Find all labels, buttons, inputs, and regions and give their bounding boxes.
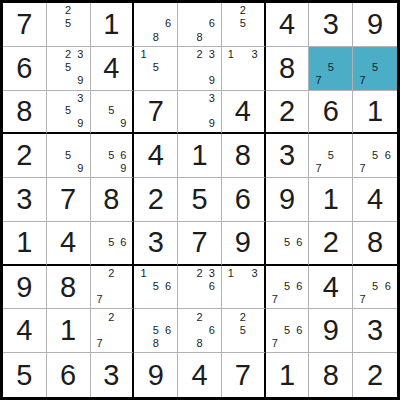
pencil-mark-3 — [74, 135, 86, 148]
pencil-mark-8 — [237, 337, 249, 350]
pencil-mark-9 — [117, 293, 129, 306]
cell-value: 8 — [16, 97, 32, 126]
cell-r4c3[interactable]: 569 — [91, 134, 135, 178]
pencil-mark-1 — [181, 310, 193, 323]
cell-r4c6[interactable]: 8 — [222, 134, 266, 178]
pencil-mark-2 — [369, 267, 382, 280]
pencil-mark-8 — [62, 74, 74, 87]
pencil-mark-5: 5 — [105, 149, 117, 162]
pencil-mark-1 — [181, 48, 193, 61]
cell-r9c7[interactable]: 1 — [266, 353, 310, 397]
pencil-mark-3 — [117, 310, 129, 323]
pencil-marks: 68 — [134, 3, 177, 46]
pencil-mark-1 — [94, 223, 106, 236]
pencil-mark-4 — [181, 104, 193, 117]
pencil-mark-7: 7 — [356, 293, 369, 306]
pencil-mark-1: 1 — [225, 267, 237, 280]
cell-value: 2 — [323, 228, 339, 257]
pencil-mark-6: 6 — [293, 236, 305, 249]
pencil-mark-8: 8 — [193, 337, 205, 350]
pencil-mark-6: 6 — [381, 280, 394, 293]
cell-value: 6 — [16, 54, 32, 83]
cell-value: 4 — [103, 54, 119, 83]
pencil-mark-6 — [74, 149, 86, 162]
pencil-mark-3 — [162, 48, 174, 61]
pencil-mark-5: 5 — [62, 61, 74, 74]
pencil-mark-8 — [237, 293, 249, 306]
cell-r2c9[interactable]: 57 — [353, 47, 397, 91]
pencil-mark-5: 5 — [281, 324, 293, 337]
pencil-mark-3: 3 — [249, 48, 261, 61]
cell-r9c1[interactable]: 5 — [3, 353, 47, 397]
cell-r7c2[interactable]: 8 — [47, 266, 91, 310]
pencil-mark-1 — [50, 4, 62, 17]
cell-r3c5[interactable]: 39 — [178, 91, 222, 135]
pencil-mark-1 — [50, 92, 62, 105]
pencil-mark-9 — [249, 293, 261, 306]
cell-r1c3[interactable]: 1 — [91, 3, 135, 47]
pencil-mark-5: 5 — [62, 17, 74, 30]
pencil-mark-2 — [105, 135, 117, 148]
pencil-mark-3 — [381, 267, 394, 280]
cell-r6c5[interactable]: 7 — [178, 222, 222, 266]
cell-value: 1 — [103, 10, 119, 39]
cell-r1c1[interactable]: 7 — [3, 3, 47, 47]
cell-r3c8[interactable]: 6 — [309, 91, 353, 135]
pencil-mark-5 — [105, 324, 117, 337]
pencil-mark-6 — [381, 61, 394, 74]
cell-r4c4[interactable]: 4 — [134, 134, 178, 178]
pencil-mark-5: 5 — [281, 236, 293, 249]
cell-value: 7 — [191, 228, 207, 257]
pencil-mark-8 — [281, 249, 293, 262]
pencil-mark-9 — [162, 74, 174, 87]
cell-value: 5 — [191, 185, 207, 214]
cell-r9c5[interactable]: 4 — [178, 353, 222, 397]
pencil-mark-4 — [356, 149, 369, 162]
pencil-mark-4 — [94, 104, 106, 117]
pencil-mark-7 — [50, 162, 62, 175]
pencil-mark-4 — [50, 17, 62, 30]
cell-r5c4[interactable]: 2 — [134, 178, 178, 222]
pencil-mark-6 — [337, 149, 349, 162]
pencil-mark-4 — [181, 324, 193, 337]
cell-r4c7[interactable]: 3 — [266, 134, 310, 178]
cell-r1c8[interactable]: 3 — [309, 3, 353, 47]
cell-value: 9 — [148, 361, 164, 390]
pencil-mark-2 — [105, 223, 117, 236]
cell-r9c8[interactable]: 8 — [309, 353, 353, 397]
cell-r6c1[interactable]: 1 — [3, 222, 47, 266]
cell-value: 1 — [60, 316, 76, 345]
pencil-mark-8 — [62, 117, 74, 130]
pencil-mark-7 — [50, 31, 62, 44]
pencil-mark-8 — [369, 74, 382, 87]
pencil-mark-5: 5 — [62, 149, 74, 162]
pencil-mark-1: 1 — [137, 267, 149, 280]
pencil-mark-2 — [325, 135, 337, 148]
pencil-mark-3 — [117, 267, 129, 280]
cell-r3c9[interactable]: 1 — [353, 91, 397, 135]
pencil-mark-8 — [325, 162, 337, 175]
pencil-mark-9: 9 — [74, 117, 86, 130]
pencil-mark-8 — [105, 117, 117, 130]
pencil-marks: 57 — [309, 134, 352, 177]
pencil-mark-4 — [269, 236, 281, 249]
cell-r6c6[interactable]: 9 — [222, 222, 266, 266]
pencil-mark-8 — [105, 337, 117, 350]
cell-r4c8[interactable]: 57 — [309, 134, 353, 178]
pencil-marks: 59 — [47, 134, 90, 177]
cell-value: 8 — [60, 273, 76, 302]
cell-r5c5[interactable]: 5 — [178, 178, 222, 222]
pencil-mark-4 — [94, 149, 106, 162]
pencil-mark-6 — [117, 280, 129, 293]
pencil-mark-3 — [206, 310, 218, 323]
pencil-mark-5 — [193, 104, 205, 117]
pencil-mark-1 — [356, 135, 369, 148]
pencil-mark-9 — [206, 337, 218, 350]
pencil-mark-1 — [312, 48, 324, 61]
cell-r9c3[interactable]: 3 — [91, 353, 135, 397]
pencil-mark-1 — [312, 135, 324, 148]
cell-r6c4[interactable]: 3 — [134, 222, 178, 266]
pencil-mark-8 — [281, 337, 293, 350]
cell-r9c2[interactable]: 6 — [47, 353, 91, 397]
pencil-mark-6 — [162, 61, 174, 74]
pencil-marks: 156 — [134, 266, 177, 309]
pencil-mark-6 — [206, 104, 218, 117]
pencil-mark-6 — [249, 61, 261, 74]
pencil-mark-5 — [237, 61, 249, 74]
cell-r5c3[interactable]: 8 — [91, 178, 135, 222]
pencil-mark-6 — [249, 17, 261, 30]
cell-r1c6[interactable]: 25 — [222, 3, 266, 47]
cell-r8c4[interactable]: 568 — [134, 309, 178, 353]
pencil-mark-8: 8 — [150, 337, 162, 350]
pencil-mark-9 — [249, 337, 261, 350]
cell-r2c1[interactable]: 6 — [3, 47, 47, 91]
pencil-mark-2: 2 — [105, 310, 117, 323]
cell-r5c9[interactable]: 4 — [353, 178, 397, 222]
pencil-mark-2 — [369, 135, 382, 148]
pencil-mark-9 — [249, 74, 261, 87]
cell-value: 5 — [16, 361, 32, 390]
pencil-mark-4 — [269, 324, 281, 337]
cell-value: 1 — [16, 228, 32, 257]
pencil-mark-7: 7 — [94, 293, 106, 306]
pencil-mark-5 — [105, 280, 117, 293]
cell-value: 3 — [323, 10, 339, 39]
pencil-mark-9: 9 — [117, 117, 129, 130]
pencil-mark-7 — [137, 31, 149, 44]
cell-r3c7[interactable]: 2 — [266, 91, 310, 135]
cell-r6c8[interactable]: 2 — [309, 222, 353, 266]
pencil-mark-9 — [249, 31, 261, 44]
pencil-mark-5: 5 — [237, 324, 249, 337]
pencil-mark-9: 9 — [206, 74, 218, 87]
pencil-mark-8 — [369, 293, 382, 306]
pencil-mark-7 — [137, 337, 149, 350]
pencil-mark-1 — [94, 135, 106, 148]
pencil-mark-1 — [181, 267, 193, 280]
pencil-mark-1 — [137, 4, 149, 17]
pencil-marks: 2359 — [47, 47, 90, 90]
pencil-mark-4 — [181, 280, 193, 293]
pencil-mark-4 — [312, 61, 324, 74]
cell-r5c6[interactable]: 6 — [222, 178, 266, 222]
pencil-mark-1 — [50, 48, 62, 61]
pencil-mark-9 — [381, 293, 394, 306]
pencil-mark-4 — [356, 61, 369, 74]
cell-r1c5[interactable]: 68 — [178, 3, 222, 47]
pencil-marks: 25 — [47, 3, 90, 46]
pencil-mark-2: 2 — [193, 267, 205, 280]
pencil-mark-6: 6 — [162, 324, 174, 337]
pencil-mark-2: 2 — [193, 310, 205, 323]
pencil-mark-7 — [181, 293, 193, 306]
cell-r7c1[interactable]: 9 — [3, 266, 47, 310]
cell-r7c7[interactable]: 567 — [266, 266, 310, 310]
pencil-mark-8 — [105, 249, 117, 262]
cell-r6c2[interactable]: 4 — [47, 222, 91, 266]
pencil-mark-9 — [206, 31, 218, 44]
cell-value: 4 — [191, 361, 207, 390]
pencil-mark-3 — [381, 135, 394, 148]
pencil-mark-7 — [50, 117, 62, 130]
cell-value: 9 — [279, 185, 295, 214]
cell-r7c4[interactable]: 156 — [134, 266, 178, 310]
pencil-mark-1 — [225, 4, 237, 17]
cell-r3c4[interactable]: 7 — [134, 91, 178, 135]
pencil-mark-5: 5 — [281, 280, 293, 293]
cell-r8c9[interactable]: 3 — [353, 309, 397, 353]
cell-r5c1[interactable]: 3 — [3, 178, 47, 222]
pencil-mark-7: 7 — [356, 74, 369, 87]
pencil-mark-4 — [50, 61, 62, 74]
pencil-mark-5 — [237, 280, 249, 293]
pencil-mark-6 — [249, 280, 261, 293]
cell-r1c7[interactable]: 4 — [266, 3, 310, 47]
pencil-mark-6 — [249, 324, 261, 337]
cell-r8c7[interactable]: 567 — [266, 309, 310, 353]
cell-r6c7[interactable]: 56 — [266, 222, 310, 266]
cell-r9c6[interactable]: 7 — [222, 353, 266, 397]
cell-value: 4 — [148, 141, 164, 170]
cell-r4c1[interactable]: 2 — [3, 134, 47, 178]
pencil-mark-6: 6 — [206, 324, 218, 337]
pencil-mark-2 — [193, 4, 205, 17]
pencil-marks: 59 — [91, 91, 133, 133]
cell-r2c7[interactable]: 8 — [266, 47, 310, 91]
pencil-mark-7 — [181, 337, 193, 350]
pencil-mark-6 — [74, 104, 86, 117]
pencil-marks: 15 — [134, 47, 177, 90]
cell-value: 9 — [367, 10, 383, 39]
cell-r1c2[interactable]: 25 — [47, 3, 91, 47]
cell-r5c2[interactable]: 7 — [47, 178, 91, 222]
pencil-mark-8: 8 — [193, 31, 205, 44]
pencil-marks: 68 — [178, 3, 221, 46]
cell-value: 8 — [367, 228, 383, 257]
pencil-mark-7 — [181, 74, 193, 87]
pencil-mark-8 — [150, 293, 162, 306]
cell-r2c8[interactable]: 57 — [309, 47, 353, 91]
cell-r7c8[interactable]: 4 — [309, 266, 353, 310]
cell-value: 7 — [148, 97, 164, 126]
pencil-mark-4 — [312, 149, 324, 162]
pencil-mark-7: 7 — [269, 293, 281, 306]
pencil-mark-9 — [293, 337, 305, 350]
pencil-mark-6: 6 — [206, 280, 218, 293]
cell-r2c4[interactable]: 15 — [134, 47, 178, 91]
pencil-mark-3 — [117, 135, 129, 148]
cell-r2c2[interactable]: 2359 — [47, 47, 91, 91]
pencil-marks: 567 — [266, 266, 309, 309]
pencil-mark-1 — [137, 310, 149, 323]
cell-r9c4[interactable]: 9 — [134, 353, 178, 397]
cell-r7c5[interactable]: 236 — [178, 266, 222, 310]
cell-r7c9[interactable]: 567 — [353, 266, 397, 310]
cell-value: 4 — [323, 273, 339, 302]
pencil-mark-5: 5 — [369, 149, 382, 162]
cell-r3c2[interactable]: 359 — [47, 91, 91, 135]
cell-value: 9 — [235, 228, 251, 257]
pencil-mark-2: 2 — [193, 48, 205, 61]
pencil-mark-4 — [50, 104, 62, 117]
pencil-mark-3 — [293, 310, 305, 323]
pencil-mark-1 — [269, 267, 281, 280]
cell-value: 6 — [60, 361, 76, 390]
pencil-marks: 236 — [178, 266, 221, 309]
pencil-mark-5: 5 — [150, 61, 162, 74]
pencil-mark-3: 3 — [249, 267, 261, 280]
cell-r2c3[interactable]: 4 — [91, 47, 135, 91]
cell-value: 3 — [148, 228, 164, 257]
pencil-mark-6: 6 — [293, 324, 305, 337]
cell-r7c3[interactable]: 27 — [91, 266, 135, 310]
cell-r8c3[interactable]: 27 — [91, 309, 135, 353]
cell-value: 3 — [103, 361, 119, 390]
pencil-mark-4 — [225, 324, 237, 337]
cell-value: 7 — [235, 361, 251, 390]
cell-r8c8[interactable]: 9 — [309, 309, 353, 353]
cell-value: 8 — [103, 185, 119, 214]
cell-r3c1[interactable]: 8 — [3, 91, 47, 135]
pencil-marks: 567 — [353, 266, 397, 309]
pencil-mark-5: 5 — [325, 61, 337, 74]
pencil-mark-8 — [193, 74, 205, 87]
pencil-mark-1 — [181, 92, 193, 105]
pencil-mark-5: 5 — [325, 149, 337, 162]
pencil-mark-3 — [162, 267, 174, 280]
pencil-mark-5 — [193, 17, 205, 30]
cell-r1c9[interactable]: 9 — [353, 3, 397, 47]
cell-r8c5[interactable]: 268 — [178, 309, 222, 353]
pencil-marks: 568 — [134, 309, 177, 352]
cell-r8c2[interactable]: 1 — [47, 309, 91, 353]
pencil-marks: 27 — [91, 309, 133, 352]
cell-r6c3[interactable]: 56 — [91, 222, 135, 266]
pencil-marks: 25 — [222, 3, 264, 46]
pencil-mark-2: 2 — [62, 4, 74, 17]
cell-r3c6[interactable]: 4 — [222, 91, 266, 135]
pencil-mark-3 — [117, 92, 129, 105]
cell-r2c5[interactable]: 239 — [178, 47, 222, 91]
cell-r4c9[interactable]: 567 — [353, 134, 397, 178]
pencil-mark-1 — [269, 310, 281, 323]
cell-r3c3[interactable]: 59 — [91, 91, 135, 135]
pencil-mark-8 — [369, 162, 382, 175]
pencil-marks: 567 — [266, 309, 309, 352]
cell-value: 4 — [16, 316, 32, 345]
pencil-mark-8 — [62, 31, 74, 44]
pencil-mark-9 — [162, 337, 174, 350]
pencil-mark-5 — [193, 61, 205, 74]
pencil-marks: 359 — [47, 91, 90, 133]
pencil-mark-4 — [225, 61, 237, 74]
cell-r1c4[interactable]: 68 — [134, 3, 178, 47]
pencil-mark-4 — [94, 324, 106, 337]
pencil-mark-5: 5 — [105, 104, 117, 117]
pencil-mark-2 — [237, 48, 249, 61]
cell-r4c5[interactable]: 1 — [178, 134, 222, 178]
pencil-mark-2 — [150, 267, 162, 280]
pencil-mark-6: 6 — [206, 17, 218, 30]
cell-r2c6[interactable]: 13 — [222, 47, 266, 91]
cell-r8c1[interactable]: 4 — [3, 309, 47, 353]
pencil-mark-4 — [225, 280, 237, 293]
pencil-mark-8 — [193, 117, 205, 130]
cell-r9c9[interactable]: 2 — [353, 353, 397, 397]
cell-r4c2[interactable]: 59 — [47, 134, 91, 178]
pencil-mark-8 — [105, 162, 117, 175]
pencil-mark-2: 2 — [237, 4, 249, 17]
cell-r8c6[interactable]: 25 — [222, 309, 266, 353]
pencil-mark-1: 1 — [225, 48, 237, 61]
cell-value: 4 — [60, 228, 76, 257]
cell-value: 3 — [367, 316, 383, 345]
pencil-mark-1 — [94, 92, 106, 105]
pencil-mark-3: 3 — [206, 92, 218, 105]
cell-r7c6[interactable]: 13 — [222, 266, 266, 310]
pencil-marks: 56 — [266, 222, 309, 264]
pencil-mark-8 — [193, 293, 205, 306]
pencil-mark-5 — [150, 17, 162, 30]
pencil-mark-9: 9 — [206, 117, 218, 130]
cell-value: 6 — [323, 97, 339, 126]
cell-value: 1 — [367, 97, 383, 126]
pencil-mark-2 — [281, 267, 293, 280]
pencil-mark-7 — [181, 31, 193, 44]
pencil-mark-8 — [62, 162, 74, 175]
pencil-mark-1 — [50, 135, 62, 148]
pencil-marks: 25 — [222, 309, 264, 352]
cell-r5c8[interactable]: 1 — [309, 178, 353, 222]
pencil-marks: 56 — [91, 222, 133, 264]
pencil-mark-6 — [206, 61, 218, 74]
cell-r6c9[interactable]: 8 — [353, 222, 397, 266]
pencil-marks: 39 — [178, 91, 221, 133]
pencil-mark-7 — [137, 293, 149, 306]
pencil-marks: 569 — [91, 134, 133, 177]
pencil-marks: 567 — [353, 134, 397, 177]
pencil-mark-3 — [337, 48, 349, 61]
pencil-mark-3 — [337, 135, 349, 148]
pencil-marks: 268 — [178, 309, 221, 352]
pencil-mark-1 — [356, 267, 369, 280]
cell-r5c7[interactable]: 9 — [266, 178, 310, 222]
